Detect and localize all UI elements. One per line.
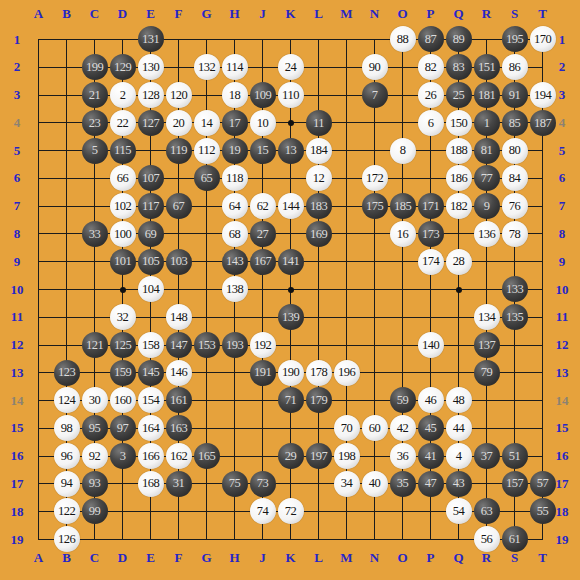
column-label-bottom: Q: [453, 550, 463, 566]
white-stone[interactable]: 44: [446, 415, 472, 441]
black-stone[interactable]: 97: [110, 415, 136, 441]
column-label-bottom: T: [538, 550, 547, 566]
white-stone[interactable]: 60: [362, 415, 388, 441]
white-stone[interactable]: 56: [474, 526, 500, 552]
black-stone[interactable]: 141: [278, 249, 304, 275]
white-stone[interactable]: 88: [390, 26, 416, 52]
white-stone[interactable]: 34: [334, 471, 360, 497]
column-label-top: A: [34, 6, 43, 22]
black-stone[interactable]: 65: [194, 165, 220, 191]
white-stone[interactable]: 124: [54, 387, 80, 413]
black-stone[interactable]: 153: [194, 332, 220, 358]
row-label-right: 19: [556, 532, 569, 548]
row-label-right: 4: [559, 115, 566, 131]
black-stone[interactable]: 41: [418, 443, 444, 469]
white-stone[interactable]: 154: [138, 387, 164, 413]
row-label-left: 17: [11, 476, 24, 492]
black-stone[interactable]: 3: [110, 443, 136, 469]
white-stone[interactable]: 164: [138, 415, 164, 441]
column-label-top: L: [314, 6, 323, 22]
black-stone[interactable]: 179: [306, 387, 332, 413]
row-label-right: 6: [559, 170, 566, 186]
white-stone[interactable]: 32: [110, 304, 136, 330]
white-stone[interactable]: 190: [278, 360, 304, 386]
row-label-right: 12: [556, 337, 569, 353]
white-stone[interactable]: 64: [222, 193, 248, 219]
black-stone[interactable]: 79: [474, 360, 500, 386]
go-board: 1234567891011121314151617181920212223242…: [0, 0, 580, 580]
white-stone[interactable]: 132: [194, 54, 220, 80]
white-stone[interactable]: 104: [138, 276, 164, 302]
white-stone[interactable]: 78: [502, 221, 528, 247]
black-stone[interactable]: 139: [278, 304, 304, 330]
row-label-left: 9: [14, 254, 21, 270]
white-stone[interactable]: 188: [446, 138, 472, 164]
column-label-top: F: [175, 6, 183, 22]
white-stone[interactable]: 66: [110, 165, 136, 191]
white-stone[interactable]: 186: [446, 165, 472, 191]
column-label-bottom: D: [118, 550, 127, 566]
row-label-right: 10: [556, 282, 569, 298]
white-stone[interactable]: 48: [446, 387, 472, 413]
black-stone[interactable]: 131: [138, 26, 164, 52]
column-label-bottom: C: [90, 550, 99, 566]
black-stone[interactable]: 185: [390, 193, 416, 219]
black-stone[interactable]: 115: [110, 138, 136, 164]
black-stone[interactable]: 21: [82, 82, 108, 108]
white-stone[interactable]: 8: [390, 138, 416, 164]
black-stone[interactable]: 37: [474, 443, 500, 469]
black-stone[interactable]: 63: [474, 498, 500, 524]
white-stone[interactable]: 82: [418, 54, 444, 80]
white-stone[interactable]: 168: [138, 471, 164, 497]
column-label-bottom: M: [340, 550, 352, 566]
white-stone[interactable]: 30: [82, 387, 108, 413]
white-stone[interactable]: 182: [446, 193, 472, 219]
black-stone[interactable]: 71: [278, 387, 304, 413]
black-stone[interactable]: 125: [110, 332, 136, 358]
column-label-bottom: G: [201, 550, 211, 566]
black-stone[interactable]: 9: [474, 193, 500, 219]
row-label-left: 16: [11, 448, 24, 464]
white-stone[interactable]: 122: [54, 498, 80, 524]
column-label-top: S: [511, 6, 518, 22]
white-stone[interactable]: 92: [82, 443, 108, 469]
white-stone[interactable]: 42: [390, 415, 416, 441]
white-stone[interactable]: 160: [110, 387, 136, 413]
white-stone[interactable]: 100: [110, 221, 136, 247]
white-stone[interactable]: 138: [222, 276, 248, 302]
row-label-right: 9: [559, 254, 566, 270]
column-label-bottom: N: [370, 550, 379, 566]
black-stone[interactable]: 143: [222, 249, 248, 275]
black-stone[interactable]: 55: [530, 498, 556, 524]
black-stone[interactable]: 45: [418, 415, 444, 441]
column-label-top: O: [397, 6, 407, 22]
white-stone[interactable]: 130: [138, 54, 164, 80]
black-stone[interactable]: 103: [166, 249, 192, 275]
row-label-left: 10: [11, 282, 24, 298]
row-label-right: 14: [556, 393, 569, 409]
column-label-top: P: [427, 6, 435, 22]
column-label-bottom: H: [229, 550, 239, 566]
black-stone[interactable]: 107: [138, 165, 164, 191]
black-stone[interactable]: 91: [502, 82, 528, 108]
black-stone[interactable]: 195: [502, 26, 528, 52]
column-label-bottom: S: [511, 550, 518, 566]
black-stone[interactable]: 193: [222, 332, 248, 358]
black-stone[interactable]: 175: [362, 193, 388, 219]
white-stone[interactable]: 140: [418, 332, 444, 358]
row-label-left: 12: [11, 337, 24, 353]
white-stone[interactable]: 18: [222, 82, 248, 108]
white-stone[interactable]: 28: [446, 249, 472, 275]
white-stone[interactable]: 144: [278, 193, 304, 219]
white-stone[interactable]: 150: [446, 110, 472, 136]
row-label-left: 8: [14, 226, 21, 242]
column-label-top: R: [482, 6, 491, 22]
column-label-top: C: [90, 6, 99, 22]
column-label-top: B: [62, 6, 71, 22]
white-stone[interactable]: 196: [334, 360, 360, 386]
white-stone[interactable]: 158: [138, 332, 164, 358]
black-stone[interactable]: 15: [250, 138, 276, 164]
white-stone[interactable]: 16: [390, 221, 416, 247]
black-stone[interactable]: 163: [166, 415, 192, 441]
white-stone[interactable]: 24: [278, 54, 304, 80]
black-stone[interactable]: 27: [250, 221, 276, 247]
black-stone[interactable]: 123: [54, 360, 80, 386]
black-stone[interactable]: 147: [166, 332, 192, 358]
white-stone[interactable]: 68: [222, 221, 248, 247]
black-stone[interactable]: 159: [110, 360, 136, 386]
row-label-left: 14: [11, 393, 24, 409]
black-stone[interactable]: 187: [530, 110, 556, 136]
black-stone[interactable]: 173: [418, 221, 444, 247]
row-label-left: 4: [14, 115, 21, 131]
column-label-bottom: R: [482, 550, 491, 566]
row-label-left: 13: [11, 365, 24, 381]
column-label-bottom: L: [314, 550, 323, 566]
black-stone[interactable]: 5: [82, 138, 108, 164]
white-stone[interactable]: 22: [110, 110, 136, 136]
black-stone[interactable]: 95: [82, 415, 108, 441]
black-stone[interactable]: 31: [166, 471, 192, 497]
black-stone[interactable]: 77: [474, 165, 500, 191]
black-stone[interactable]: 25: [446, 82, 472, 108]
black-stone[interactable]: 75: [222, 471, 248, 497]
black-stone[interactable]: 199: [82, 54, 108, 80]
black-stone[interactable]: 105: [138, 249, 164, 275]
row-label-left: 5: [14, 143, 21, 159]
row-label-right: 17: [556, 476, 569, 492]
white-stone[interactable]: 148: [166, 304, 192, 330]
white-stone[interactable]: 86: [502, 54, 528, 80]
column-label-bottom: B: [62, 550, 71, 566]
row-label-right: 16: [556, 448, 569, 464]
white-stone[interactable]: 170: [530, 26, 556, 52]
black-stone[interactable]: 171: [418, 193, 444, 219]
white-stone[interactable]: 166: [138, 443, 164, 469]
column-label-top: M: [340, 6, 352, 22]
white-stone[interactable]: 14: [194, 110, 220, 136]
white-stone[interactable]: 10: [250, 110, 276, 136]
white-stone[interactable]: 198: [334, 443, 360, 469]
white-stone[interactable]: 70: [334, 415, 360, 441]
column-label-top: J: [259, 6, 266, 22]
white-stone[interactable]: 162: [166, 443, 192, 469]
white-stone[interactable]: 36: [390, 443, 416, 469]
black-stone[interactable]: 59: [390, 387, 416, 413]
column-label-bottom: A: [34, 550, 43, 566]
column-label-top: H: [229, 6, 239, 22]
white-stone[interactable]: 136: [474, 221, 500, 247]
white-stone[interactable]: 4: [446, 443, 472, 469]
white-stone[interactable]: 74: [250, 498, 276, 524]
white-stone[interactable]: 128: [138, 82, 164, 108]
stones-grid: 1234567891011121314151617181920212223242…: [25, 26, 557, 554]
row-label-left: 15: [11, 420, 24, 436]
column-label-top: N: [370, 6, 379, 22]
white-stone[interactable]: 90: [362, 54, 388, 80]
white-stone[interactable]: 96: [54, 443, 80, 469]
row-label-right: 11: [556, 309, 568, 325]
black-stone[interactable]: 183: [306, 193, 332, 219]
black-stone[interactable]: 69: [138, 221, 164, 247]
black-stone[interactable]: 57: [530, 471, 556, 497]
row-label-right: 13: [556, 365, 569, 381]
column-label-top: D: [118, 6, 127, 22]
white-stone[interactable]: 172: [362, 165, 388, 191]
row-label-right: 3: [559, 87, 566, 103]
column-label-bottom: J: [259, 550, 266, 566]
black-stone[interactable]: 7: [362, 82, 388, 108]
white-stone[interactable]: 72: [278, 498, 304, 524]
row-label-right: 18: [556, 504, 569, 520]
column-label-top: T: [538, 6, 547, 22]
black-stone[interactable]: 197: [306, 443, 332, 469]
black-stone[interactable]: 161: [166, 387, 192, 413]
row-label-right: 15: [556, 420, 569, 436]
white-stone[interactable]: 110: [278, 82, 304, 108]
black-stone[interactable]: 81: [474, 138, 500, 164]
row-label-right: 7: [559, 198, 566, 214]
row-label-left: 1: [14, 32, 21, 48]
white-stone[interactable]: 112: [194, 138, 220, 164]
white-stone[interactable]: 2: [110, 82, 136, 108]
white-stone[interactable]: 40: [362, 471, 388, 497]
white-stone[interactable]: 118: [222, 165, 248, 191]
black-stone[interactable]: 19: [222, 138, 248, 164]
white-stone[interactable]: 20: [166, 110, 192, 136]
white-stone[interactable]: 76: [502, 193, 528, 219]
black-stone[interactable]: 87: [418, 26, 444, 52]
white-stone[interactable]: 12: [306, 165, 332, 191]
black-stone[interactable]: 169: [306, 221, 332, 247]
black-stone[interactable]: 119: [166, 138, 192, 164]
white-stone[interactable]: 102: [110, 193, 136, 219]
black-stone[interactable]: 135: [502, 304, 528, 330]
black-stone[interactable]: 1: [474, 110, 500, 136]
black-stone[interactable]: 83: [446, 54, 472, 80]
black-stone[interactable]: 61: [502, 526, 528, 552]
white-stone[interactable]: 178: [306, 360, 332, 386]
black-stone[interactable]: 43: [446, 471, 472, 497]
white-stone[interactable]: 192: [250, 332, 276, 358]
row-label-right: 2: [559, 59, 566, 75]
black-stone[interactable]: 51: [502, 443, 528, 469]
row-label-left: 6: [14, 170, 21, 186]
black-stone[interactable]: 117: [138, 193, 164, 219]
white-stone[interactable]: 126: [54, 526, 80, 552]
black-stone[interactable]: 127: [138, 110, 164, 136]
black-stone[interactable]: 151: [474, 54, 500, 80]
row-label-right: 1: [559, 32, 566, 48]
white-stone[interactable]: 94: [54, 471, 80, 497]
black-stone[interactable]: 157: [502, 471, 528, 497]
black-stone[interactable]: 89: [446, 26, 472, 52]
black-stone[interactable]: 137: [474, 332, 500, 358]
row-label-left: 19: [11, 532, 24, 548]
black-stone[interactable]: 165: [194, 443, 220, 469]
row-label-right: 8: [559, 226, 566, 242]
row-label-left: 2: [14, 59, 21, 75]
black-stone[interactable]: 101: [110, 249, 136, 275]
column-label-bottom: K: [285, 550, 295, 566]
black-stone[interactable]: 85: [502, 110, 528, 136]
white-stone[interactable]: 80: [502, 138, 528, 164]
black-stone[interactable]: 13: [278, 138, 304, 164]
black-stone[interactable]: 167: [250, 249, 276, 275]
white-stone[interactable]: 114: [222, 54, 248, 80]
black-stone[interactable]: 33: [82, 221, 108, 247]
black-stone[interactable]: 47: [418, 471, 444, 497]
black-stone[interactable]: 11: [306, 110, 332, 136]
white-stone[interactable]: 54: [446, 498, 472, 524]
column-label-top: G: [201, 6, 211, 22]
black-stone[interactable]: 121: [82, 332, 108, 358]
black-stone[interactable]: 73: [250, 471, 276, 497]
black-stone[interactable]: 191: [250, 360, 276, 386]
white-stone[interactable]: 146: [166, 360, 192, 386]
black-stone[interactable]: 181: [474, 82, 500, 108]
white-stone[interactable]: 194: [530, 82, 556, 108]
white-stone[interactable]: 84: [502, 165, 528, 191]
black-stone[interactable]: 29: [278, 443, 304, 469]
white-stone[interactable]: 98: [54, 415, 80, 441]
black-stone[interactable]: 129: [110, 54, 136, 80]
column-label-top: Q: [453, 6, 463, 22]
white-stone[interactable]: 174: [418, 249, 444, 275]
white-stone[interactable]: 134: [474, 304, 500, 330]
row-label-left: 7: [14, 198, 21, 214]
row-label-left: 11: [11, 309, 23, 325]
black-stone[interactable]: 109: [250, 82, 276, 108]
black-stone[interactable]: 133: [502, 276, 528, 302]
white-stone[interactable]: 184: [306, 138, 332, 164]
white-stone[interactable]: 26: [418, 82, 444, 108]
black-stone[interactable]: 145: [138, 360, 164, 386]
column-label-bottom: P: [427, 550, 435, 566]
white-stone[interactable]: 62: [250, 193, 276, 219]
black-stone[interactable]: 17: [222, 110, 248, 136]
black-stone[interactable]: 99: [82, 498, 108, 524]
column-label-bottom: O: [397, 550, 407, 566]
column-label-top: K: [285, 6, 295, 22]
column-label-bottom: F: [175, 550, 183, 566]
column-label-bottom: E: [146, 550, 155, 566]
black-stone[interactable]: 67: [166, 193, 192, 219]
black-stone[interactable]: 23: [82, 110, 108, 136]
row-label-left: 18: [11, 504, 24, 520]
black-stone[interactable]: 35: [390, 471, 416, 497]
column-label-top: E: [146, 6, 155, 22]
row-label-right: 5: [559, 143, 566, 159]
white-stone[interactable]: 6: [418, 110, 444, 136]
row-label-left: 3: [14, 87, 21, 103]
black-stone[interactable]: 93: [82, 471, 108, 497]
white-stone[interactable]: 120: [166, 82, 192, 108]
white-stone[interactable]: 46: [418, 387, 444, 413]
